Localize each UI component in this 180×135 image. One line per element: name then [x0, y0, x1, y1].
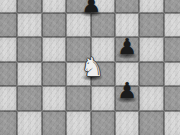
square-d2[interactable]: [66, 86, 90, 111]
square-b5[interactable]: [17, 13, 41, 38]
square-h6[interactable]: [164, 0, 180, 13]
black-pawn-f2[interactable]: ♟: [117, 80, 137, 102]
square-e2[interactable]: [91, 86, 115, 111]
square-d6[interactable]: ♟: [66, 0, 90, 13]
square-c3[interactable]: [42, 62, 66, 87]
square-c5[interactable]: [42, 13, 66, 38]
square-b2[interactable]: [17, 86, 41, 111]
square-d1[interactable]: [66, 111, 90, 135]
square-b6[interactable]: [17, 0, 41, 13]
square-g1[interactable]: [139, 111, 163, 135]
square-h5[interactable]: [164, 13, 180, 38]
square-g2[interactable]: [139, 86, 163, 111]
square-d3[interactable]: ♞: [66, 62, 90, 87]
square-c1[interactable]: [42, 111, 66, 135]
chess-board-screenshot: ♟♟♞♟: [0, 0, 180, 135]
square-c6[interactable]: [42, 0, 66, 13]
square-g5[interactable]: [139, 13, 163, 38]
square-c2[interactable]: [42, 86, 66, 111]
black-pawn-d6[interactable]: ♟: [82, 0, 102, 16]
square-g6[interactable]: [139, 0, 163, 13]
square-f1[interactable]: [115, 111, 139, 135]
square-a4[interactable]: [0, 37, 17, 62]
white-knight-d3[interactable]: ♞: [81, 54, 104, 80]
black-pawn-f4[interactable]: ♟: [117, 36, 137, 58]
square-g3[interactable]: [139, 62, 163, 87]
square-b4[interactable]: [17, 37, 41, 62]
square-a6[interactable]: [0, 0, 17, 13]
square-b3[interactable]: [17, 62, 41, 87]
square-a3[interactable]: [0, 62, 17, 87]
square-h1[interactable]: [164, 111, 180, 135]
square-h3[interactable]: [164, 62, 180, 87]
square-a2[interactable]: [0, 86, 17, 111]
square-g4[interactable]: [139, 37, 163, 62]
square-f4[interactable]: ♟: [115, 37, 139, 62]
square-h2[interactable]: [164, 86, 180, 111]
square-a5[interactable]: [0, 13, 17, 38]
square-h4[interactable]: [164, 37, 180, 62]
square-e1[interactable]: [91, 111, 115, 135]
chess-board: ♟♟♞♟: [0, 0, 180, 135]
square-a1[interactable]: [0, 111, 17, 135]
square-c4[interactable]: [42, 37, 66, 62]
square-b1[interactable]: [17, 111, 41, 135]
square-f6[interactable]: [115, 0, 139, 13]
square-f2[interactable]: ♟: [115, 86, 139, 111]
